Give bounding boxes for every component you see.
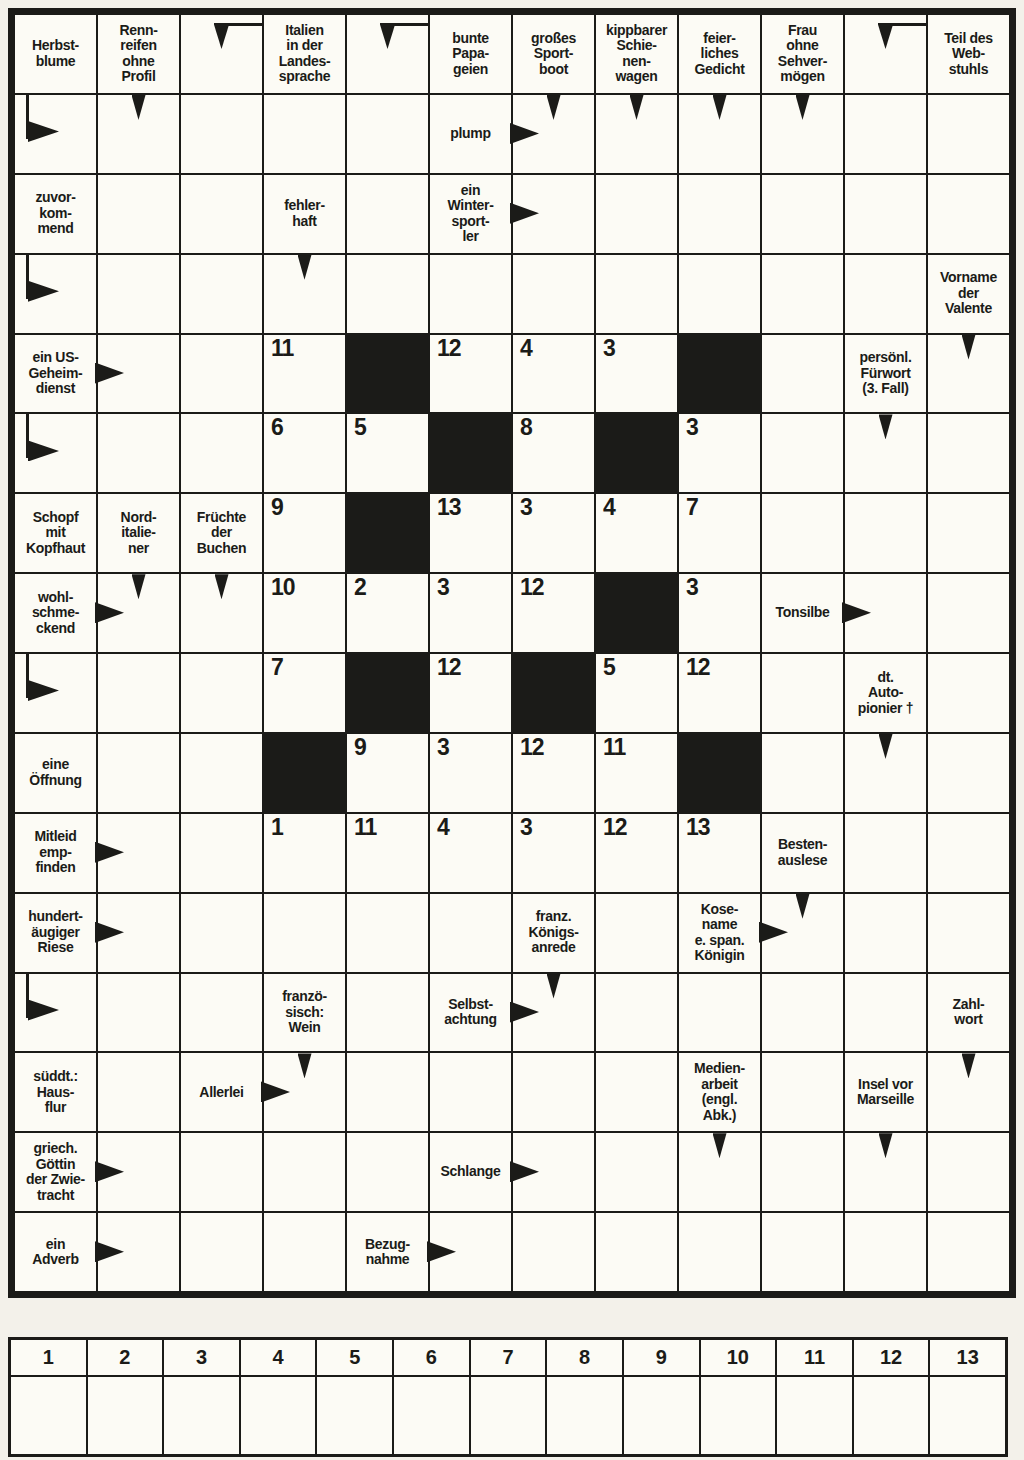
cell-r6c12[interactable]: [928, 414, 1009, 492]
solution-strip-cell-13[interactable]: [930, 1377, 1005, 1454]
cell-r7c1: Schopf mit Kopfhaut: [15, 494, 96, 572]
cell-r15c10[interactable]: [762, 1133, 843, 1211]
cell-r15c1: griech. Göttin der Zwie- tracht: [15, 1133, 96, 1211]
solution-letter-number: 12: [437, 335, 461, 362]
cell-r6c11[interactable]: [845, 414, 926, 492]
clue-text-r1c12: Teil des Web- stuhls: [944, 31, 993, 78]
bent-down-arrow-icon: [388, 23, 431, 26]
cell-r2c8[interactable]: [596, 95, 677, 173]
cell-r12c12[interactable]: [928, 894, 1009, 972]
cell-r2c4[interactable]: [264, 95, 345, 173]
cell-r2c5[interactable]: [347, 95, 428, 173]
cell-r16c11[interactable]: [845, 1213, 926, 1291]
down-arrow-icon: [962, 335, 976, 360]
cell-r12c8[interactable]: [596, 894, 677, 972]
cell-r16c7[interactable]: [513, 1213, 594, 1291]
cell-r8c6[interactable]: 3: [430, 574, 511, 652]
solution-letter-number: 3: [437, 574, 449, 601]
solution-letter-number: 11: [354, 814, 376, 841]
cell-r1c1: Herbst- blume: [15, 15, 96, 93]
right-arrow-icon: [759, 922, 788, 943]
cell-r12c6[interactable]: [430, 894, 511, 972]
cell-r8c7[interactable]: 12: [513, 574, 594, 652]
cell-r1c6: bunte Papa- geien: [430, 15, 511, 93]
cell-r16c9[interactable]: [679, 1213, 760, 1291]
cell-r1c10: Frau ohne Sehver- mögen: [762, 15, 843, 93]
cell-r10c10[interactable]: [762, 734, 843, 812]
cell-r5c7[interactable]: 4: [513, 335, 594, 413]
cell-r7c5: [347, 494, 428, 572]
cell-r5c11: persönl. Fürwort (3. Fall): [845, 335, 926, 413]
solution-letter-number: 1: [271, 814, 283, 841]
cell-r11c12[interactable]: [928, 814, 1009, 892]
cell-r12c1: hundert- äugiger Riese: [15, 894, 96, 972]
clue-text-r1c8: kippbarer Schie- nen- wagen: [606, 23, 667, 85]
cell-r14c10[interactable]: [762, 1053, 843, 1131]
cell-r10c11[interactable]: [845, 734, 926, 812]
cell-r14c7[interactable]: [513, 1053, 594, 1131]
bent-right-arrow-icon: [26, 255, 29, 299]
down-arrow-icon: [298, 255, 312, 280]
cell-r6c8: [596, 414, 677, 492]
cell-r7c6[interactable]: 13: [430, 494, 511, 572]
down-arrow-icon: [298, 1053, 312, 1078]
solution-strip-number-13: 13: [930, 1340, 1005, 1375]
cell-r5c10[interactable]: [762, 335, 843, 413]
cell-r16c4[interactable]: [264, 1213, 345, 1291]
cell-r11c10: Besten- auslese: [762, 814, 843, 892]
cell-r5c4[interactable]: 11: [264, 335, 345, 413]
cell-r16c6[interactable]: [430, 1213, 511, 1291]
cell-r9c3[interactable]: [181, 654, 262, 732]
clue-text-r14c11: Insel vor Marseille: [857, 1077, 914, 1108]
cell-r3c10[interactable]: [762, 175, 843, 253]
cell-r16c8[interactable]: [596, 1213, 677, 1291]
cell-r10c8[interactable]: 11: [596, 734, 677, 812]
solution-strip-cell-11[interactable]: [777, 1377, 852, 1454]
cell-r5c8[interactable]: 3: [596, 335, 677, 413]
cell-r13c7[interactable]: [513, 974, 594, 1052]
cell-r3c3[interactable]: [181, 175, 262, 253]
cell-r9c2[interactable]: [98, 654, 179, 732]
solution-letter-number: 4: [437, 814, 449, 841]
bent-down-arrow-icon: [222, 23, 265, 26]
cell-r8c2[interactable]: [98, 574, 179, 652]
down-arrow-icon: [547, 974, 561, 999]
cell-r10c2[interactable]: [98, 734, 179, 812]
cell-r7c10[interactable]: [762, 494, 843, 572]
cell-r11c1: Mitleid emp- finden: [15, 814, 96, 892]
clue-text-r1c6: bunte Papa- geien: [452, 31, 489, 78]
cell-r13c1[interactable]: [15, 974, 96, 1052]
cell-r6c7[interactable]: 8: [513, 414, 594, 492]
solution-strip-number-3: 3: [164, 1340, 239, 1375]
cell-r12c4[interactable]: [264, 894, 345, 972]
cell-r8c11[interactable]: [845, 574, 926, 652]
solution-strip-cell-4[interactable]: [241, 1377, 316, 1454]
cell-r4c4[interactable]: [264, 255, 345, 333]
cell-r4c6[interactable]: [430, 255, 511, 333]
clue-text-r1c7: großes Sport- boot: [531, 31, 576, 78]
cell-r6c10[interactable]: [762, 414, 843, 492]
cell-r4c3[interactable]: [181, 255, 262, 333]
cell-r2c1[interactable]: [15, 95, 96, 173]
cell-r5c3[interactable]: [181, 335, 262, 413]
cell-r9c8[interactable]: 5: [596, 654, 677, 732]
down-arrow-icon: [547, 95, 561, 120]
cell-r4c2[interactable]: [98, 255, 179, 333]
solution-strip-number-10: 10: [701, 1340, 776, 1375]
down-arrow-icon: [796, 95, 810, 120]
cell-r10c1: eine Öffnung: [15, 734, 96, 812]
cell-r8c9[interactable]: 3: [679, 574, 760, 652]
cell-r14c1: süddt.: Haus- flur: [15, 1053, 96, 1131]
clue-text-r14c3: Allerlei: [199, 1085, 243, 1101]
right-arrow-icon: [95, 1161, 124, 1182]
cell-r7c2: Nord- italie- ner: [98, 494, 179, 572]
clue-text-r7c3: Früchte der Buchen: [197, 510, 247, 557]
cell-r11c7[interactable]: 3: [513, 814, 594, 892]
clue-text-r8c10: Tonsilbe: [775, 605, 829, 621]
right-arrow-icon: [95, 842, 124, 863]
down-arrow-icon: [630, 95, 644, 120]
right-arrow-icon: [95, 363, 124, 384]
cell-r13c9[interactable]: [679, 974, 760, 1052]
bent-right-arrow-icon: [26, 974, 29, 1018]
cell-r11c4[interactable]: 1: [264, 814, 345, 892]
cell-r3c2[interactable]: [98, 175, 179, 253]
clue-text-r16c5: Bezug- nahme: [365, 1237, 410, 1268]
solution-letter-number: 5: [354, 414, 366, 441]
cell-r9c10[interactable]: [762, 654, 843, 732]
cell-r4c7[interactable]: [513, 255, 594, 333]
cell-r8c5[interactable]: 2: [347, 574, 428, 652]
solution-letter-number: 3: [686, 414, 698, 441]
clue-text-r9c11: dt. Auto- pionier †: [858, 670, 914, 717]
solution-letter-number: 6: [271, 414, 283, 441]
cell-r7c12[interactable]: [928, 494, 1009, 572]
solution-strip-cell-6[interactable]: [394, 1377, 469, 1454]
cell-r8c4[interactable]: 10: [264, 574, 345, 652]
right-arrow-icon: [95, 602, 124, 623]
clue-text-r12c9: Kose- name e. span. Königin: [695, 902, 745, 964]
cell-r11c11[interactable]: [845, 814, 926, 892]
cell-r14c9: Medien- arbeit (engl. Abk.): [679, 1053, 760, 1131]
cell-r4c8[interactable]: [596, 255, 677, 333]
right-arrow-icon: [510, 1161, 539, 1182]
cell-r5c1: ein US- Geheim- dienst: [15, 335, 96, 413]
down-arrow-icon: [713, 1133, 727, 1158]
cell-r12c5[interactable]: [347, 894, 428, 972]
right-arrow-icon: [95, 1241, 124, 1262]
right-arrow-icon: [510, 203, 539, 224]
cell-r9c1[interactable]: [15, 654, 96, 732]
cell-r9c6[interactable]: 12: [430, 654, 511, 732]
clue-text-r1c4: Italien in der Landes- sprache: [279, 23, 331, 85]
bent-right-arrow-icon: [26, 654, 29, 698]
cell-r12c7: franz. Königs- anrede: [513, 894, 594, 972]
cell-r4c11[interactable]: [845, 255, 926, 333]
solution-letter-number: 10: [271, 574, 295, 601]
cell-r11c5[interactable]: 11: [347, 814, 428, 892]
solution-letter-number: 4: [603, 494, 615, 521]
cell-r6c3[interactable]: [181, 414, 262, 492]
right-arrow-icon: [261, 1081, 290, 1102]
solution-strip-number-8: 8: [547, 1340, 622, 1375]
solution-strip-cell-1[interactable]: [11, 1377, 86, 1454]
cell-r7c9[interactable]: 7: [679, 494, 760, 572]
clue-text-r13c4: franzö- sisch: Wein: [282, 989, 327, 1036]
cell-r2c7[interactable]: [513, 95, 594, 173]
cell-r14c2[interactable]: [98, 1053, 179, 1131]
cell-r8c10: Tonsilbe: [762, 574, 843, 652]
clue-text-r5c1: ein US- Geheim- dienst: [29, 350, 83, 397]
right-arrow-icon: [95, 922, 124, 943]
down-arrow-icon: [879, 734, 893, 759]
cell-r16c3[interactable]: [181, 1213, 262, 1291]
down-arrow-icon: [713, 95, 727, 120]
cell-r4c5[interactable]: [347, 255, 428, 333]
cell-r1c9: feier- liches Gedicht: [679, 15, 760, 93]
right-arrow-icon: [510, 123, 539, 144]
cell-r13c12: Zahl- wort: [928, 974, 1009, 1052]
clue-text-r5c11: persönl. Fürwort (3. Fall): [859, 350, 911, 397]
cell-r3c9[interactable]: [679, 175, 760, 253]
cell-r14c8[interactable]: [596, 1053, 677, 1131]
down-arrow-icon: [879, 1133, 893, 1158]
cell-r14c11: Insel vor Marseille: [845, 1053, 926, 1131]
cell-r12c9: Kose- name e. span. Königin: [679, 894, 760, 972]
cell-r8c3[interactable]: [181, 574, 262, 652]
cell-r16c10[interactable]: [762, 1213, 843, 1291]
cell-r12c11[interactable]: [845, 894, 926, 972]
clue-text-r10c1: eine Öffnung: [29, 757, 81, 788]
solution-strip-number-9: 9: [624, 1340, 699, 1375]
down-arrow-icon: [132, 574, 146, 599]
down-arrow-icon: [796, 894, 810, 919]
clue-text-r1c10: Frau ohne Sehver- mögen: [778, 23, 827, 85]
clue-text-r1c1: Herbst- blume: [32, 38, 79, 69]
cell-r1c3[interactable]: [181, 15, 262, 93]
right-arrow-icon: [427, 1241, 456, 1262]
solution-letter-number: 11: [603, 734, 625, 761]
clue-text-r15c6: Schlange: [441, 1164, 501, 1180]
clue-text-r1c2: Renn- reifen ohne Profil: [119, 23, 157, 85]
solution-letter-number: 9: [271, 494, 283, 521]
solution-letter-number: 3: [603, 335, 615, 362]
cell-r9c12[interactable]: [928, 654, 1009, 732]
cell-r9c4[interactable]: 7: [264, 654, 345, 732]
cell-r10c5[interactable]: 9: [347, 734, 428, 812]
cell-r11c9[interactable]: 13: [679, 814, 760, 892]
cell-r10c7[interactable]: 12: [513, 734, 594, 812]
solution-strip-number-4: 4: [241, 1340, 316, 1375]
cell-r3c11[interactable]: [845, 175, 926, 253]
cell-r11c8[interactable]: 12: [596, 814, 677, 892]
cell-r16c2[interactable]: [98, 1213, 179, 1291]
solution-letter-number: 3: [520, 494, 532, 521]
clue-text-r4c12: Vorname der Valente: [940, 270, 997, 317]
clue-text-r13c6: Selbst- achtung: [444, 997, 496, 1028]
cell-r1c4: Italien in der Landes- sprache: [264, 15, 345, 93]
cell-r7c8[interactable]: 4: [596, 494, 677, 572]
cell-r9c5: [347, 654, 428, 732]
solution-strip-number-1: 1: [11, 1340, 86, 1375]
right-arrow-icon: [842, 602, 871, 623]
solution-letter-number: 12: [520, 734, 544, 761]
cell-r10c12[interactable]: [928, 734, 1009, 812]
cell-r12c2[interactable]: [98, 894, 179, 972]
bent-right-arrow-icon: [26, 414, 29, 458]
cell-r3c7[interactable]: [513, 175, 594, 253]
solution-letter-number: 13: [437, 494, 461, 521]
cell-r7c7[interactable]: 3: [513, 494, 594, 572]
cell-r5c12[interactable]: [928, 335, 1009, 413]
cell-r15c4[interactable]: [264, 1133, 345, 1211]
solution-strip-number-11: 11: [777, 1340, 852, 1375]
solution-strip-number-7: 7: [471, 1340, 546, 1375]
cell-r14c6[interactable]: [430, 1053, 511, 1131]
clue-text-r11c10: Besten- auslese: [778, 837, 827, 868]
cell-r13c10[interactable]: [762, 974, 843, 1052]
cell-r2c12[interactable]: [928, 95, 1009, 173]
cell-r15c7[interactable]: [513, 1133, 594, 1211]
clue-text-r14c9: Medien- arbeit (engl. Abk.): [694, 1061, 745, 1123]
cell-r12c10[interactable]: [762, 894, 843, 972]
cell-r5c2[interactable]: [98, 335, 179, 413]
solution-strip-cell-10[interactable]: [701, 1377, 776, 1454]
clue-text-r11c1: Mitleid emp- finden: [34, 829, 76, 876]
cell-r13c8[interactable]: [596, 974, 677, 1052]
cell-r8c12[interactable]: [928, 574, 1009, 652]
solution-letter-number: 2: [354, 574, 366, 601]
cell-r15c9[interactable]: [679, 1133, 760, 1211]
clue-text-r3c6: ein Winter- sport- ler: [448, 183, 494, 245]
cell-r6c4[interactable]: 6: [264, 414, 345, 492]
cell-r13c4: franzö- sisch: Wein: [264, 974, 345, 1052]
cell-r11c2[interactable]: [98, 814, 179, 892]
down-arrow-icon: [962, 1053, 976, 1078]
cell-r7c4[interactable]: 9: [264, 494, 345, 572]
cell-r13c11[interactable]: [845, 974, 926, 1052]
scanned-puzzle-page: Herbst- blumeRenn- reifen ohne ProfilIta…: [0, 0, 1024, 1460]
cell-r2c6: plump: [430, 95, 511, 173]
solution-letter-number: 9: [354, 734, 366, 761]
clue-text-r16c1: ein Adverb: [32, 1237, 78, 1268]
cell-r5c6[interactable]: 12: [430, 335, 511, 413]
cell-r15c2[interactable]: [98, 1133, 179, 1211]
cell-r8c1: wohl- schme- ckend: [15, 574, 96, 652]
cell-r14c12[interactable]: [928, 1053, 1009, 1131]
bent-right-arrow-icon: [26, 95, 29, 139]
solution-letter-number: 13: [686, 814, 710, 841]
cell-r2c10[interactable]: [762, 95, 843, 173]
cell-r13c2[interactable]: [98, 974, 179, 1052]
bent-down-arrow-icon: [886, 23, 929, 26]
clue-text-r15c1: griech. Göttin der Zwie- tracht: [26, 1141, 85, 1203]
cell-r15c11[interactable]: [845, 1133, 926, 1211]
cell-r2c3[interactable]: [181, 95, 262, 173]
cell-r11c3[interactable]: [181, 814, 262, 892]
solution-letter-number: 3: [437, 734, 449, 761]
cell-r16c12[interactable]: [928, 1213, 1009, 1291]
cell-r16c5: Bezug- nahme: [347, 1213, 428, 1291]
cell-r1c7: großes Sport- boot: [513, 15, 594, 93]
cell-r7c11[interactable]: [845, 494, 926, 572]
cell-r14c4[interactable]: [264, 1053, 345, 1131]
clue-text-r13c12: Zahl- wort: [953, 997, 985, 1028]
solution-strip-cell-9[interactable]: [624, 1377, 699, 1454]
cell-r10c3[interactable]: [181, 734, 262, 812]
right-arrow-icon: [510, 1002, 539, 1023]
cell-r6c6: [430, 414, 511, 492]
cell-r3c12[interactable]: [928, 175, 1009, 253]
cell-r15c12[interactable]: [928, 1133, 1009, 1211]
cell-r13c3[interactable]: [181, 974, 262, 1052]
cell-r14c5[interactable]: [347, 1053, 428, 1131]
cell-r4c1[interactable]: [15, 255, 96, 333]
solution-letter-number: 5: [603, 654, 615, 681]
puzzle-grid: Herbst- blumeRenn- reifen ohne ProfilIta…: [8, 8, 1016, 1298]
cell-r4c10[interactable]: [762, 255, 843, 333]
solution-strip-number-6: 6: [394, 1340, 469, 1375]
cell-r10c6[interactable]: 3: [430, 734, 511, 812]
cell-r15c8[interactable]: [596, 1133, 677, 1211]
cell-r6c2[interactable]: [98, 414, 179, 492]
cell-r1c11[interactable]: [845, 15, 926, 93]
solution-strip-cell-12[interactable]: [854, 1377, 929, 1454]
solution-letter-number: 7: [686, 494, 698, 521]
cell-r9c7: [513, 654, 594, 732]
solution-letter-number: 7: [271, 654, 283, 681]
cell-r6c5[interactable]: 5: [347, 414, 428, 492]
down-arrow-icon: [132, 95, 146, 120]
cell-r3c8[interactable]: [596, 175, 677, 253]
cell-r4c9[interactable]: [679, 255, 760, 333]
cell-r4c12: Vorname der Valente: [928, 255, 1009, 333]
cell-r15c3[interactable]: [181, 1133, 262, 1211]
clue-text-r3c4: fehler- haft: [284, 198, 325, 229]
solution-strip-cell-8[interactable]: [547, 1377, 622, 1454]
cell-r12c3[interactable]: [181, 894, 262, 972]
cell-r9c9[interactable]: 12: [679, 654, 760, 732]
solution-strip-cell-5[interactable]: [317, 1377, 392, 1454]
clue-text-r12c1: hundert- äugiger Riese: [28, 909, 82, 956]
cell-r6c9[interactable]: 3: [679, 414, 760, 492]
solution-letter-number: 3: [520, 814, 532, 841]
cell-r11c6[interactable]: 4: [430, 814, 511, 892]
cell-r7c3: Früchte der Buchen: [181, 494, 262, 572]
solution-strip-cell-7[interactable]: [471, 1377, 546, 1454]
cell-r6c1[interactable]: [15, 414, 96, 492]
cell-r15c5[interactable]: [347, 1133, 428, 1211]
cell-r13c5[interactable]: [347, 974, 428, 1052]
cell-r2c2[interactable]: [98, 95, 179, 173]
cell-r1c2: Renn- reifen ohne Profil: [98, 15, 179, 93]
cell-r1c5[interactable]: [347, 15, 428, 93]
clue-text-r3c1: zuvor- kom- mend: [35, 190, 75, 237]
clue-text-r7c2: Nord- italie- ner: [121, 510, 157, 557]
cell-r2c11[interactable]: [845, 95, 926, 173]
solution-letter-number: 3: [686, 574, 698, 601]
clue-text-r12c7: franz. Königs- anrede: [528, 909, 578, 956]
cell-r2c9[interactable]: [679, 95, 760, 173]
cell-r3c1: zuvor- kom- mend: [15, 175, 96, 253]
cell-r3c6: ein Winter- sport- ler: [430, 175, 511, 253]
solution-strip-cell-3[interactable]: [164, 1377, 239, 1454]
solution-strip-cell-2[interactable]: [88, 1377, 163, 1454]
cell-r3c5[interactable]: [347, 175, 428, 253]
